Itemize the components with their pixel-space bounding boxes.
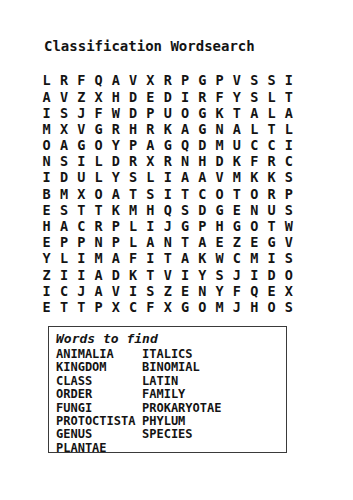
grid-cell-r10c11: H <box>211 219 228 235</box>
grid-cell-r3c1: I <box>38 105 55 121</box>
word-item: ORDER <box>56 388 142 401</box>
grid-cell-r10c9: G <box>176 219 193 235</box>
grid-cell-r2c11: F <box>211 89 228 105</box>
grid-cell-r7c8: I <box>159 170 176 186</box>
grid-cell-r1c9: P <box>176 73 193 89</box>
grid-cell-r11c13: E <box>246 235 263 251</box>
grid-cell-r14c15: X <box>280 283 297 299</box>
grid-cell-r12c7: I <box>142 251 159 267</box>
grid-cell-r9c5: K <box>107 203 124 219</box>
grid-cell-r15c6: C <box>124 300 141 316</box>
grid-cell-r15c14: O <box>263 300 280 316</box>
grid-cell-r5c10: D <box>194 138 211 154</box>
grid-cell-r6c6: R <box>124 154 141 170</box>
grid-cell-r2c8: D <box>159 89 176 105</box>
grid-cell-r13c8: V <box>159 267 176 283</box>
word-item <box>142 442 286 455</box>
grid-cell-r9c13: N <box>246 203 263 219</box>
page-title: Classification Wordsearch <box>44 38 255 54</box>
grid-cell-r7c5: Y <box>107 170 124 186</box>
grid-cell-r8c4: O <box>90 186 107 202</box>
grid-cell-r10c8: J <box>159 219 176 235</box>
words-row: KINGDOMBINOMIAL <box>56 361 286 374</box>
word-item: PLANTAE <box>56 442 142 455</box>
grid-cell-r2c4: X <box>90 89 107 105</box>
grid-cell-r9c15: S <box>280 203 297 219</box>
grid-cell-r4c3: V <box>73 122 90 138</box>
grid-cell-r7c14: K <box>263 170 280 186</box>
words-row: GENUSSPECIES <box>56 428 286 441</box>
grid-cell-r14c7: S <box>142 283 159 299</box>
grid-cell-r1c5: A <box>107 73 124 89</box>
grid-cell-r2c14: L <box>263 89 280 105</box>
grid-cell-r11c11: E <box>211 235 228 251</box>
grid-cell-r14c11: Y <box>211 283 228 299</box>
grid-cell-r7c3: U <box>73 170 90 186</box>
words-box-heading: Words to find <box>56 331 286 346</box>
words-row: CLASSLATIN <box>56 375 286 388</box>
grid-cell-r11c1: E <box>38 235 55 251</box>
grid-cell-r6c9: N <box>176 154 193 170</box>
grid-cell-r6c13: F <box>246 154 263 170</box>
grid-cell-r6c1: N <box>38 154 55 170</box>
word-item: SPECIES <box>142 428 286 441</box>
grid-cell-r14c8: Z <box>159 283 176 299</box>
grid-cell-r4c7: R <box>142 122 159 138</box>
grid-cell-r10c5: P <box>107 219 124 235</box>
grid-cell-r5c8: G <box>159 138 176 154</box>
grid-cell-r3c8: U <box>159 105 176 121</box>
grid-cell-r7c9: A <box>176 170 193 186</box>
grid-cell-r6c12: K <box>228 154 245 170</box>
grid-cell-r2c12: Y <box>228 89 245 105</box>
grid-cell-r15c13: H <box>246 300 263 316</box>
grid-cell-r3c13: A <box>246 105 263 121</box>
grid-cell-r4c11: N <box>211 122 228 138</box>
words-to-find-box: Words to find ANIMALIAITALICSKINGDOMBINO… <box>48 326 287 453</box>
grid-cell-r2c7: E <box>142 89 159 105</box>
grid-cell-r8c9: T <box>176 186 193 202</box>
grid-cell-r10c14: T <box>263 219 280 235</box>
grid-cell-r12c12: C <box>228 251 245 267</box>
word-item: LATIN <box>142 375 286 388</box>
word-item: GENUS <box>56 428 142 441</box>
grid-cell-r12c5: A <box>107 251 124 267</box>
grid-cell-r10c1: H <box>38 219 55 235</box>
grid-cell-r8c10: C <box>194 186 211 202</box>
grid-cell-r7c10: A <box>194 170 211 186</box>
grid-cell-r11c7: A <box>142 235 159 251</box>
grid-cell-r15c1: E <box>38 300 55 316</box>
grid-cell-r8c5: A <box>107 186 124 202</box>
grid-cell-r3c9: O <box>176 105 193 121</box>
grid-cell-r4c9: A <box>176 122 193 138</box>
grid-cell-r6c14: R <box>263 154 280 170</box>
grid-cell-r4c10: G <box>194 122 211 138</box>
grid-cell-r12c6: F <box>124 251 141 267</box>
grid-cell-r13c12: J <box>228 267 245 283</box>
grid-cell-r6c7: X <box>142 154 159 170</box>
grid-cell-r9c6: M <box>124 203 141 219</box>
grid-cell-r3c2: S <box>55 105 72 121</box>
grid-cell-r5c1: O <box>38 138 55 154</box>
word-item: FAMILY <box>142 388 286 401</box>
grid-cell-r5c7: A <box>142 138 159 154</box>
grid-cell-r10c15: W <box>280 219 297 235</box>
grid-cell-r6c10: H <box>194 154 211 170</box>
grid-cell-r12c8: T <box>159 251 176 267</box>
grid-cell-r13c14: D <box>263 267 280 283</box>
grid-cell-r8c12: T <box>228 186 245 202</box>
grid-cell-r4c15: L <box>280 122 297 138</box>
grid-cell-r9c14: U <box>263 203 280 219</box>
grid-cell-r2c2: V <box>55 89 72 105</box>
grid-cell-r15c5: X <box>107 300 124 316</box>
grid-cell-r9c10: D <box>194 203 211 219</box>
grid-cell-r10c12: G <box>228 219 245 235</box>
grid-cell-r14c4: A <box>90 283 107 299</box>
grid-cell-r14c2: C <box>55 283 72 299</box>
grid-cell-r9c8: Q <box>159 203 176 219</box>
grid-cell-r13c3: I <box>73 267 90 283</box>
grid-cell-r3c12: T <box>228 105 245 121</box>
grid-cell-r9c9: S <box>176 203 193 219</box>
grid-cell-r14c10: N <box>194 283 211 299</box>
grid-cell-r3c3: J <box>73 105 90 121</box>
words-row: ORDERFAMILY <box>56 388 286 401</box>
grid-cell-r10c4: R <box>90 219 107 235</box>
grid-cell-r13c4: A <box>90 267 107 283</box>
wordsearch-grid: LRFQAVXRPGPVSSIAVZXHDEDIRFYSLTISJFWDPUOG… <box>38 73 297 316</box>
grid-cell-r7c4: L <box>90 170 107 186</box>
grid-cell-r13c2: I <box>55 267 72 283</box>
grid-cell-r2c6: D <box>124 89 141 105</box>
grid-cell-r13c15: O <box>280 267 297 283</box>
grid-cell-r14c14: E <box>263 283 280 299</box>
grid-cell-r11c14: G <box>263 235 280 251</box>
grid-cell-r4c1: M <box>38 122 55 138</box>
grid-cell-r6c2: S <box>55 154 72 170</box>
grid-cell-r11c9: T <box>176 235 193 251</box>
grid-cell-r4c4: G <box>90 122 107 138</box>
grid-cell-r14c9: E <box>176 283 193 299</box>
grid-cell-r13c7: T <box>142 267 159 283</box>
words-row: FUNGIPROKARYOTAE <box>56 402 286 415</box>
grid-cell-r6c3: I <box>73 154 90 170</box>
grid-cell-r11c12: Z <box>228 235 245 251</box>
words-list: ANIMALIAITALICSKINGDOMBINOMIALCLASSLATIN… <box>56 348 286 455</box>
grid-cell-r3c11: K <box>211 105 228 121</box>
grid-cell-r8c13: O <box>246 186 263 202</box>
grid-cell-r7c13: K <box>246 170 263 186</box>
grid-cell-r12c9: A <box>176 251 193 267</box>
word-item: KINGDOM <box>56 361 142 374</box>
grid-cell-r12c4: M <box>90 251 107 267</box>
grid-cell-r4c2: X <box>55 122 72 138</box>
grid-cell-r3c5: W <box>107 105 124 121</box>
words-row: PLANTAE <box>56 442 286 455</box>
grid-cell-r5c5: Y <box>107 138 124 154</box>
grid-cell-r13c11: S <box>211 267 228 283</box>
word-item: ANIMALIA <box>56 348 142 361</box>
grid-cell-r8c7: S <box>142 186 159 202</box>
grid-cell-r6c4: L <box>90 154 107 170</box>
grid-cell-r13c5: D <box>107 267 124 283</box>
word-item: ITALICS <box>142 348 286 361</box>
grid-cell-r10c13: O <box>246 219 263 235</box>
word-item: PHYLUM <box>142 415 286 428</box>
grid-cell-r12c1: Y <box>38 251 55 267</box>
grid-cell-r4c5: R <box>107 122 124 138</box>
grid-cell-r10c6: L <box>124 219 141 235</box>
grid-cell-r9c7: H <box>142 203 159 219</box>
grid-cell-r7c11: V <box>211 170 228 186</box>
word-item: CLASS <box>56 375 142 388</box>
grid-cell-r15c15: S <box>280 300 297 316</box>
grid-cell-r2c1: A <box>38 89 55 105</box>
grid-cell-r2c9: I <box>176 89 193 105</box>
grid-cell-r8c6: T <box>124 186 141 202</box>
grid-cell-r2c5: H <box>107 89 124 105</box>
grid-cell-r11c15: V <box>280 235 297 251</box>
grid-cell-r12c15: S <box>280 251 297 267</box>
grid-cell-r7c1: I <box>38 170 55 186</box>
grid-cell-r8c1: B <box>38 186 55 202</box>
grid-cell-r3c7: P <box>142 105 159 121</box>
grid-cell-r3c14: L <box>263 105 280 121</box>
grid-cell-r5c15: I <box>280 138 297 154</box>
grid-cell-r13c13: I <box>246 267 263 283</box>
grid-cell-r15c2: T <box>55 300 72 316</box>
grid-cell-r5c13: C <box>246 138 263 154</box>
grid-cell-r15c10: O <box>194 300 211 316</box>
grid-cell-r2c13: S <box>246 89 263 105</box>
grid-cell-r9c2: S <box>55 203 72 219</box>
grid-cell-r8c11: O <box>211 186 228 202</box>
grid-cell-r2c3: Z <box>73 89 90 105</box>
grid-cell-r15c8: X <box>159 300 176 316</box>
grid-cell-r5c4: O <box>90 138 107 154</box>
grid-cell-r15c3: T <box>73 300 90 316</box>
grid-cell-r3c6: D <box>124 105 141 121</box>
words-row: ANIMALIAITALICS <box>56 348 286 361</box>
grid-cell-r1c12: V <box>228 73 245 89</box>
grid-cell-r5c14: C <box>263 138 280 154</box>
word-item: BINOMIAL <box>142 361 286 374</box>
grid-cell-r12c10: K <box>194 251 211 267</box>
grid-cell-r7c15: S <box>280 170 297 186</box>
worksheet-page: Classification Wordsearch LRFQAVXRPGPVSS… <box>0 0 353 500</box>
grid-cell-r1c10: G <box>194 73 211 89</box>
grid-cell-r7c6: S <box>124 170 141 186</box>
grid-cell-r1c4: Q <box>90 73 107 89</box>
grid-cell-r2c10: R <box>194 89 211 105</box>
grid-cell-r1c14: S <box>263 73 280 89</box>
grid-cell-r3c4: F <box>90 105 107 121</box>
grid-cell-r6c15: C <box>280 154 297 170</box>
grid-cell-r8c3: X <box>73 186 90 202</box>
grid-cell-r7c2: D <box>55 170 72 186</box>
grid-cell-r6c5: D <box>107 154 124 170</box>
grid-cell-r12c2: L <box>55 251 72 267</box>
grid-cell-r1c2: R <box>55 73 72 89</box>
word-item: PROKARYOTAE <box>142 402 286 415</box>
grid-cell-r12c3: I <box>73 251 90 267</box>
grid-cell-r14c5: V <box>107 283 124 299</box>
grid-cell-r3c10: G <box>194 105 211 121</box>
grid-cell-r12c13: M <box>246 251 263 267</box>
grid-cell-r10c3: C <box>73 219 90 235</box>
grid-cell-r15c4: P <box>90 300 107 316</box>
grid-cell-r8c15: P <box>280 186 297 202</box>
grid-cell-r7c12: M <box>228 170 245 186</box>
word-item: PROTOCTISTA <box>56 415 142 428</box>
grid-cell-r15c11: M <box>211 300 228 316</box>
grid-cell-r4c12: A <box>228 122 245 138</box>
grid-cell-r6c8: R <box>159 154 176 170</box>
grid-cell-r15c7: F <box>142 300 159 316</box>
grid-cell-r8c8: I <box>159 186 176 202</box>
grid-cell-r5c3: G <box>73 138 90 154</box>
grid-cell-r1c11: P <box>211 73 228 89</box>
grid-cell-r5c6: P <box>124 138 141 154</box>
grid-cell-r13c10: Y <box>194 267 211 283</box>
grid-cell-r11c5: P <box>107 235 124 251</box>
grid-cell-r6c11: D <box>211 154 228 170</box>
grid-cell-r2c15: T <box>280 89 297 105</box>
grid-cell-r1c15: I <box>280 73 297 89</box>
grid-cell-r10c7: I <box>142 219 159 235</box>
grid-cell-r11c6: L <box>124 235 141 251</box>
grid-cell-r9c12: E <box>228 203 245 219</box>
grid-cell-r14c12: F <box>228 283 245 299</box>
grid-cell-r13c6: K <box>124 267 141 283</box>
grid-cell-r14c1: I <box>38 283 55 299</box>
grid-cell-r1c7: X <box>142 73 159 89</box>
word-item: FUNGI <box>56 402 142 415</box>
grid-cell-r4c6: H <box>124 122 141 138</box>
grid-cell-r9c4: T <box>90 203 107 219</box>
grid-cell-r5c12: U <box>228 138 245 154</box>
grid-cell-r5c9: Q <box>176 138 193 154</box>
grid-cell-r4c14: T <box>263 122 280 138</box>
grid-cell-r13c9: I <box>176 267 193 283</box>
grid-cell-r7c7: L <box>142 170 159 186</box>
grid-cell-r1c13: S <box>246 73 263 89</box>
grid-cell-r15c12: J <box>228 300 245 316</box>
grid-cell-r9c1: E <box>38 203 55 219</box>
grid-cell-r12c11: W <box>211 251 228 267</box>
grid-cell-r9c3: T <box>73 203 90 219</box>
words-row: PROTOCTISTAPHYLUM <box>56 415 286 428</box>
grid-cell-r3c15: A <box>280 105 297 121</box>
grid-cell-r14c13: Q <box>246 283 263 299</box>
grid-cell-r9c11: G <box>211 203 228 219</box>
grid-cell-r14c6: I <box>124 283 141 299</box>
grid-cell-r11c4: N <box>90 235 107 251</box>
grid-cell-r5c2: A <box>55 138 72 154</box>
grid-cell-r1c1: L <box>38 73 55 89</box>
grid-cell-r11c2: P <box>55 235 72 251</box>
grid-cell-r11c10: A <box>194 235 211 251</box>
grid-cell-r10c2: A <box>55 219 72 235</box>
grid-cell-r4c13: L <box>246 122 263 138</box>
grid-cell-r11c3: P <box>73 235 90 251</box>
grid-cell-r1c3: F <box>73 73 90 89</box>
grid-cell-r8c14: R <box>263 186 280 202</box>
grid-cell-r14c3: J <box>73 283 90 299</box>
grid-cell-r11c8: N <box>159 235 176 251</box>
grid-cell-r1c6: V <box>124 73 141 89</box>
grid-cell-r1c8: R <box>159 73 176 89</box>
grid-cell-r10c10: P <box>194 219 211 235</box>
grid-cell-r4c8: K <box>159 122 176 138</box>
grid-cell-r13c1: Z <box>38 267 55 283</box>
grid-cell-r12c14: I <box>263 251 280 267</box>
grid-cell-r8c2: M <box>55 186 72 202</box>
grid-cell-r15c9: G <box>176 300 193 316</box>
grid-cell-r5c11: M <box>211 138 228 154</box>
